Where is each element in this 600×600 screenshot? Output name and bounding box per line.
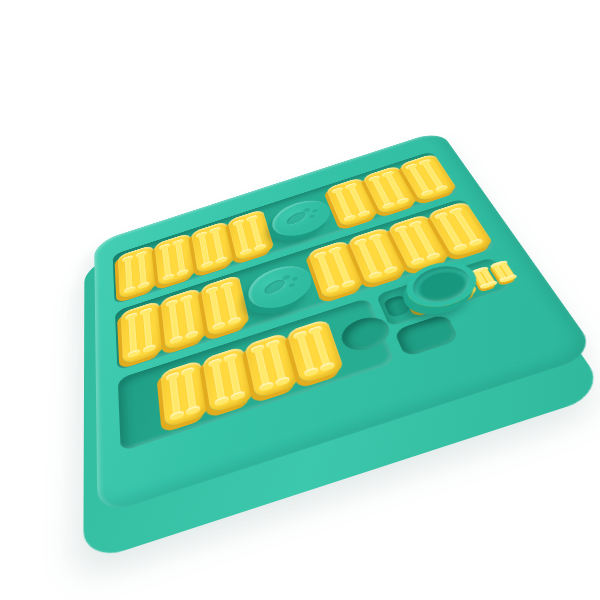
bone-ridge: [184, 368, 197, 413]
bone-ridge: [269, 341, 287, 385]
bone-ridge: [296, 332, 316, 375]
bone-ridge: [211, 360, 226, 405]
bone-ridge: [125, 256, 133, 292]
product-photo-scene: [0, 0, 600, 600]
bone-ridge: [235, 220, 249, 254]
bone-ridge: [209, 287, 223, 328]
bone-ridge: [169, 373, 181, 419]
puzzle-board: [94, 130, 598, 516]
slider-block[interactable]: [118, 245, 158, 300]
bone-ridge: [183, 296, 196, 338]
bone-ridge: [175, 240, 186, 275]
slider-block[interactable]: [160, 359, 209, 428]
slider-block[interactable]: [200, 274, 250, 337]
bone-ridge: [162, 244, 172, 279]
bone-ridge: [254, 346, 271, 390]
bone-ridge: [212, 228, 225, 262]
slider-block[interactable]: [154, 233, 196, 287]
paw-print-disc[interactable]: [244, 259, 317, 316]
bone-ridge: [143, 309, 153, 352]
bone-ridge: [331, 248, 352, 287]
paw-print-disc[interactable]: [268, 194, 336, 242]
bone-ridge: [226, 355, 242, 400]
bone-ridge: [199, 232, 211, 267]
notch-food-well: [383, 294, 411, 318]
bone-ridge: [128, 314, 137, 357]
bone-ridge: [223, 283, 238, 324]
bone-ridge: [311, 327, 332, 370]
bone-ridge: [249, 216, 264, 250]
slider-block[interactable]: [227, 209, 274, 262]
slider-block[interactable]: [121, 300, 165, 365]
bone-ridge: [169, 300, 181, 342]
bone-ridge: [138, 252, 147, 288]
slider-block[interactable]: [160, 287, 207, 351]
empty-slot: [124, 396, 162, 415]
